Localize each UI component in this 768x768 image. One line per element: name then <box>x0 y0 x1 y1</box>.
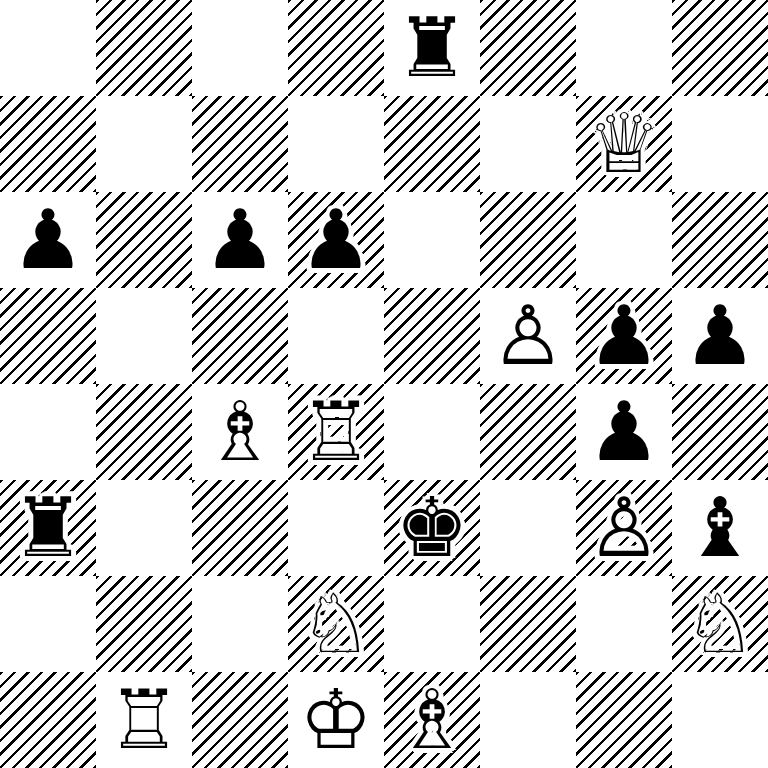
square-e7[interactable] <box>384 96 480 192</box>
square-c8[interactable] <box>192 0 288 96</box>
square-c4[interactable]: ♗ <box>192 384 288 480</box>
square-a4[interactable] <box>0 384 96 480</box>
white-rook[interactable]: ♖ <box>299 384 373 480</box>
square-g4[interactable]: ♟ <box>576 384 672 480</box>
square-b2[interactable] <box>96 576 192 672</box>
square-f6[interactable] <box>480 192 576 288</box>
square-f8[interactable] <box>480 0 576 96</box>
square-a6[interactable]: ♟ <box>0 192 96 288</box>
square-e5[interactable] <box>384 288 480 384</box>
square-c7[interactable] <box>192 96 288 192</box>
black-pawn[interactable]: ♟ <box>299 192 373 288</box>
square-h3[interactable]: ♝ <box>672 480 768 576</box>
white-pawn[interactable]: ♙ <box>491 288 565 384</box>
black-pawn[interactable]: ♟ <box>683 288 757 384</box>
chess-board: ♜♕♟♟♟♙♟♟♗♖♟♜♚♙♝♘♘♖♔♗ <box>0 0 768 768</box>
square-c5[interactable] <box>192 288 288 384</box>
square-h4[interactable] <box>672 384 768 480</box>
black-pawn[interactable]: ♟ <box>11 192 85 288</box>
square-b6[interactable] <box>96 192 192 288</box>
square-h1[interactable] <box>672 672 768 768</box>
white-knight[interactable]: ♘ <box>299 576 373 672</box>
square-d8[interactable] <box>288 0 384 96</box>
square-a3[interactable]: ♜ <box>0 480 96 576</box>
square-g8[interactable] <box>576 0 672 96</box>
black-king[interactable]: ♚ <box>395 480 469 576</box>
square-b8[interactable] <box>96 0 192 96</box>
square-d3[interactable] <box>288 480 384 576</box>
square-e1[interactable]: ♗ <box>384 672 480 768</box>
black-pawn[interactable]: ♟ <box>203 192 277 288</box>
square-f1[interactable] <box>480 672 576 768</box>
square-a5[interactable] <box>0 288 96 384</box>
square-g7[interactable]: ♕ <box>576 96 672 192</box>
white-knight[interactable]: ♘ <box>683 576 757 672</box>
square-f7[interactable] <box>480 96 576 192</box>
white-rook[interactable]: ♖ <box>107 672 181 768</box>
black-rook[interactable]: ♜ <box>11 480 85 576</box>
square-h6[interactable] <box>672 192 768 288</box>
square-e2[interactable] <box>384 576 480 672</box>
square-g3[interactable]: ♙ <box>576 480 672 576</box>
square-h8[interactable] <box>672 0 768 96</box>
square-e8[interactable]: ♜ <box>384 0 480 96</box>
square-h5[interactable]: ♟ <box>672 288 768 384</box>
square-g6[interactable] <box>576 192 672 288</box>
square-c2[interactable] <box>192 576 288 672</box>
square-b4[interactable] <box>96 384 192 480</box>
square-h7[interactable] <box>672 96 768 192</box>
square-f4[interactable] <box>480 384 576 480</box>
square-d1[interactable]: ♔ <box>288 672 384 768</box>
black-pawn[interactable]: ♟ <box>587 288 661 384</box>
square-g2[interactable] <box>576 576 672 672</box>
white-bishop[interactable]: ♗ <box>395 672 469 768</box>
square-d4[interactable]: ♖ <box>288 384 384 480</box>
square-f2[interactable] <box>480 576 576 672</box>
white-pawn[interactable]: ♙ <box>587 480 661 576</box>
square-c1[interactable] <box>192 672 288 768</box>
square-f5[interactable]: ♙ <box>480 288 576 384</box>
black-rook[interactable]: ♜ <box>395 0 469 96</box>
square-b1[interactable]: ♖ <box>96 672 192 768</box>
square-b7[interactable] <box>96 96 192 192</box>
square-d5[interactable] <box>288 288 384 384</box>
square-f3[interactable] <box>480 480 576 576</box>
square-e3[interactable]: ♚ <box>384 480 480 576</box>
square-a1[interactable] <box>0 672 96 768</box>
square-b3[interactable] <box>96 480 192 576</box>
square-e6[interactable] <box>384 192 480 288</box>
square-d6[interactable]: ♟ <box>288 192 384 288</box>
square-b5[interactable] <box>96 288 192 384</box>
square-g1[interactable] <box>576 672 672 768</box>
square-c3[interactable] <box>192 480 288 576</box>
square-a2[interactable] <box>0 576 96 672</box>
square-d2[interactable]: ♘ <box>288 576 384 672</box>
white-bishop[interactable]: ♗ <box>203 384 277 480</box>
square-a8[interactable] <box>0 0 96 96</box>
square-e4[interactable] <box>384 384 480 480</box>
square-h2[interactable]: ♘ <box>672 576 768 672</box>
black-bishop[interactable]: ♝ <box>683 480 757 576</box>
white-king[interactable]: ♔ <box>299 672 373 768</box>
square-d7[interactable] <box>288 96 384 192</box>
white-queen[interactable]: ♕ <box>587 96 661 192</box>
square-g5[interactable]: ♟ <box>576 288 672 384</box>
black-pawn[interactable]: ♟ <box>587 384 661 480</box>
square-c6[interactable]: ♟ <box>192 192 288 288</box>
square-a7[interactable] <box>0 96 96 192</box>
